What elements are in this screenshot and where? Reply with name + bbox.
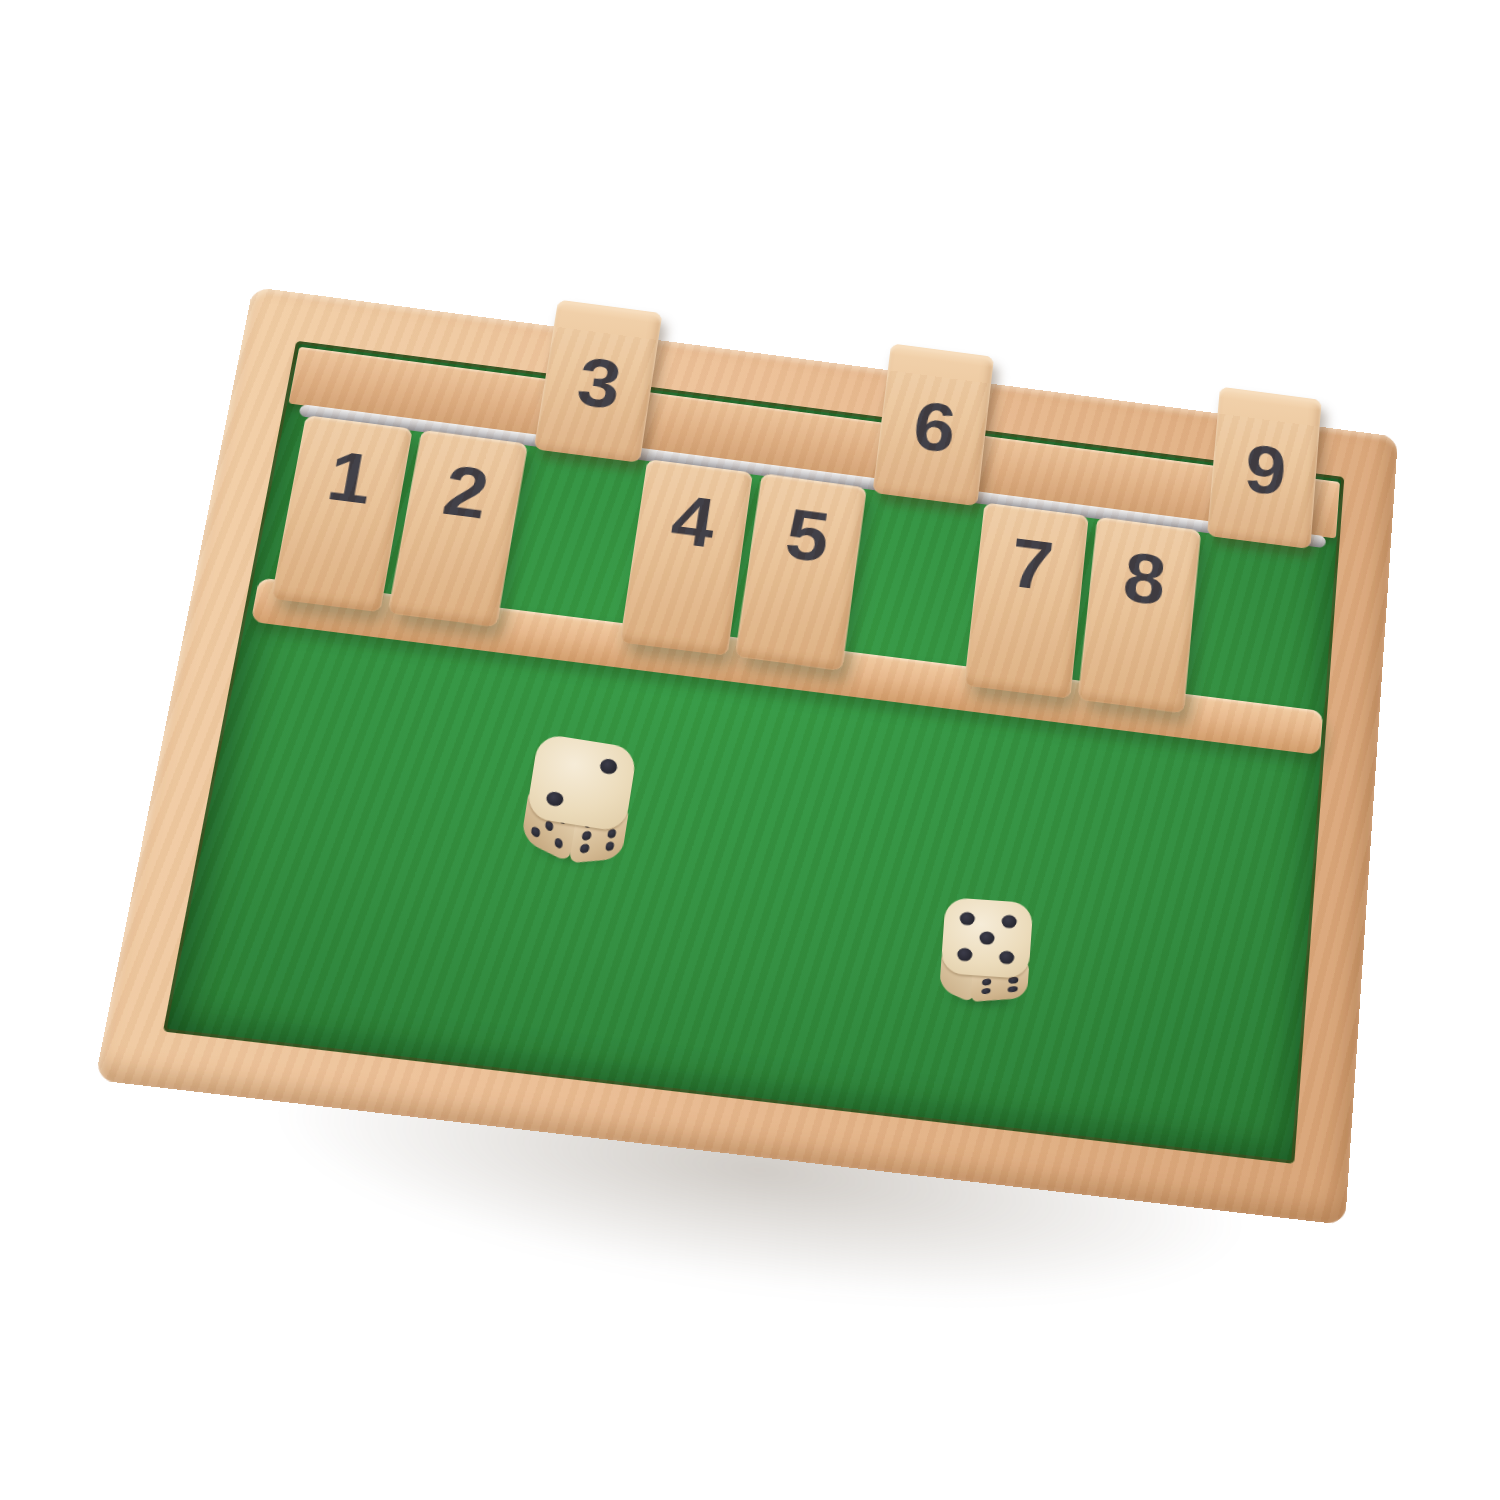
die-left-top-face	[526, 733, 638, 833]
die-right-top-face	[940, 897, 1033, 979]
tile-6-number: 6	[905, 391, 957, 503]
tile-4-number: 4	[653, 484, 717, 652]
tile-7[interactable]: 7	[964, 503, 1089, 699]
tile-7-number: 7	[997, 527, 1054, 695]
tile-3-number: 3	[567, 347, 624, 459]
tile-9-number: 9	[1239, 434, 1287, 545]
tile-2-number: 2	[422, 454, 492, 622]
tile-1-number: 1	[305, 440, 376, 608]
die-left[interactable]	[518, 733, 639, 868]
game-box: 1 2 3 4 5 6 7 8 9	[95, 287, 1398, 1225]
scene: 1 2 3 4 5 6 7 8 9	[0, 0, 1500, 1500]
tile-8[interactable]: 8	[1078, 517, 1201, 714]
tile-9[interactable]: 9	[1207, 387, 1322, 549]
die-right[interactable]	[936, 897, 1035, 1007]
tile-3[interactable]: 3	[534, 300, 663, 463]
tile-5-number: 5	[768, 498, 831, 666]
tile-6[interactable]: 6	[872, 343, 994, 506]
tile-8-number: 8	[1111, 541, 1167, 709]
